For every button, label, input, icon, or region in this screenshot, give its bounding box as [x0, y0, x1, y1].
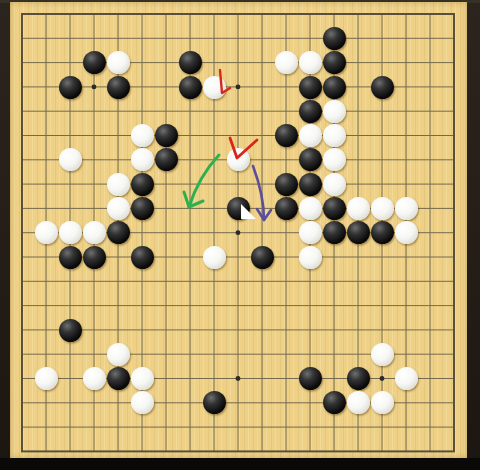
white-triangle	[241, 204, 256, 219]
red-check-large	[230, 138, 257, 158]
green-arrow	[184, 155, 219, 207]
go-board[interactable]	[10, 2, 467, 458]
app-frame	[0, 0, 480, 470]
red-check-small	[220, 70, 230, 93]
purple-arrow	[253, 166, 271, 220]
annotation-layer	[10, 2, 467, 458]
